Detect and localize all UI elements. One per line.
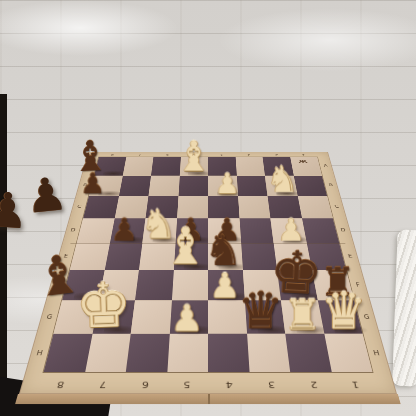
coord-number: 5 [166,375,208,390]
board-surface: ♝♝Ж♟♟♞♟♞♟♟♟♝♞♝♟♚♜♚♟♛♜♛ 87654321 87654321… [19,152,397,394]
crumpled-cloth [392,230,416,387]
square-f5[interactable] [172,270,208,300]
maker-stamp: Ж [298,159,308,164]
piece-white-pawn[interactable]: ♟ [215,170,240,197]
square-a7[interactable] [123,157,154,176]
square-h3[interactable] [247,334,291,372]
square-h6[interactable] [126,334,170,372]
piece-white-king[interactable]: ♚ [75,276,133,337]
coord-number: 3 [250,375,293,390]
square-b4[interactable]: ♟ [208,176,238,196]
board-front-rim [15,394,401,404]
board-grid: ♝♝Ж♟♟♞♟♞♟♟♟♝♞♝♟♚♜♚♟♛♜♛ [42,157,373,373]
square-d3[interactable] [239,218,273,243]
square-h4[interactable] [208,334,249,372]
photo-scene: ♝♝Ж♟♟♞♟♞♟♟♟♝♞♝♟♚♜♚♟♛♜♛ 87654321 87654321… [0,0,416,416]
square-e7[interactable] [104,243,142,270]
captured-dark-pawn[interactable]: ♟ [0,181,31,240]
square-b5[interactable] [178,176,208,196]
square-a5[interactable]: ♝ [180,157,208,176]
square-b8[interactable]: ♟ [89,176,123,196]
square-g5[interactable]: ♟ [169,300,208,334]
square-b7[interactable] [119,176,151,196]
square-h7[interactable] [85,334,131,372]
square-g1[interactable]: ♛ [317,300,362,334]
piece-white-bishop[interactable]: ♝ [163,223,208,271]
piece-dark-pawn[interactable]: ♟ [110,214,138,243]
piece-white-queen[interactable]: ♛ [321,287,367,335]
chess-board-3d: ♝♝Ж♟♟♞♟♞♟♟♟♝♞♝♟♚♜♚♟♛♜♛ 87654321 87654321… [19,152,397,394]
piece-dark-queen[interactable]: ♛ [238,287,284,335]
square-g2[interactable]: ♜ [281,300,324,334]
table-edge-dark-strip [0,94,7,416]
square-g6[interactable] [131,300,172,334]
square-c3[interactable] [238,196,271,218]
square-g7[interactable]: ♚ [92,300,135,334]
square-h1[interactable] [324,334,372,372]
square-b6[interactable] [148,176,179,196]
square-e5[interactable]: ♝ [173,243,208,270]
coord-number: 6 [123,375,166,390]
coord-number: 8 [38,375,83,390]
captured-dark-pawn[interactable]: ♟ [23,166,70,224]
piece-white-rook[interactable]: ♜ [284,296,322,336]
near-edge-numbers: 87654321 [38,375,378,390]
square-h5[interactable] [167,334,208,372]
piece-white-pawn[interactable]: ♟ [170,301,203,336]
coord-number: 2 [291,375,335,390]
square-g3[interactable]: ♛ [244,300,285,334]
piece-white-pawn[interactable]: ♟ [210,269,241,302]
square-b2[interactable]: ♞ [265,176,297,196]
coord-number: 4 [208,375,250,390]
piece-white-knight[interactable]: ♞ [266,162,299,197]
square-f6[interactable] [135,270,173,300]
square-b3[interactable] [236,176,267,196]
square-d8[interactable] [77,218,115,243]
piece-dark-pawn[interactable]: ♟ [80,170,105,197]
coord-number: 1 [333,375,378,390]
piece-white-bishop[interactable]: ♝ [175,137,212,177]
board-hinge-seam [208,394,210,404]
coord-number: 7 [81,375,125,390]
